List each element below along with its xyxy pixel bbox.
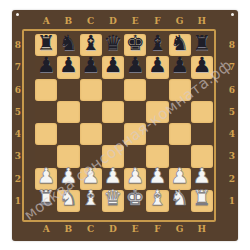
piece-black-rook: ♜ xyxy=(192,33,211,54)
piece-black-knight: ♞ xyxy=(170,33,189,54)
square-f3 xyxy=(146,145,168,167)
square-d7: ♟ xyxy=(102,56,124,78)
piece-white-pawn: ♟ xyxy=(59,166,78,187)
file-label-a: A xyxy=(35,223,57,235)
square-b8: ♞ xyxy=(57,34,79,56)
square-d4 xyxy=(102,123,124,145)
square-f5 xyxy=(146,101,168,123)
piece-black-knight: ♞ xyxy=(59,33,78,54)
piece-black-pawn: ♟ xyxy=(59,55,78,76)
piece-white-bishop: ♝ xyxy=(81,188,100,209)
file-labels-bottom: ABCDEFGH xyxy=(35,223,213,235)
square-a4 xyxy=(35,123,57,145)
piece-black-pawn: ♟ xyxy=(37,55,56,76)
square-e8: ♚ xyxy=(124,34,146,56)
file-label-d: D xyxy=(102,15,124,27)
rank-label-4: 4 xyxy=(13,123,23,145)
square-c3 xyxy=(80,145,102,167)
piece-white-pawn: ♟ xyxy=(148,166,167,187)
piece-white-pawn: ♟ xyxy=(192,166,211,187)
piece-black-pawn: ♟ xyxy=(170,55,189,76)
file-label-g: G xyxy=(169,223,191,235)
file-label-h: H xyxy=(191,15,213,27)
file-label-e: E xyxy=(124,223,146,235)
square-b5 xyxy=(57,101,79,123)
square-g6 xyxy=(169,79,191,101)
rank-label-5: 5 xyxy=(227,101,237,123)
square-f2: ♟ xyxy=(146,168,168,190)
piece-black-pawn: ♟ xyxy=(103,55,122,76)
square-f6 xyxy=(146,79,168,101)
square-a7: ♟ xyxy=(35,56,57,78)
piece-white-king: ♚ xyxy=(126,188,145,209)
square-h1: ♜ xyxy=(191,190,213,212)
square-d6 xyxy=(102,79,124,101)
square-b4 xyxy=(57,123,79,145)
square-d5 xyxy=(102,101,124,123)
square-g3 xyxy=(169,145,191,167)
file-label-f: F xyxy=(146,223,168,235)
square-a2: ♟ xyxy=(35,168,57,190)
piece-white-pawn: ♟ xyxy=(126,166,145,187)
file-label-c: C xyxy=(80,223,102,235)
piece-black-bishop: ♝ xyxy=(81,33,100,54)
rank-label-3: 3 xyxy=(13,145,23,167)
square-f1: ♝ xyxy=(146,190,168,212)
piece-black-rook: ♜ xyxy=(37,33,56,54)
piece-black-queen: ♛ xyxy=(103,33,122,54)
square-e3 xyxy=(124,145,146,167)
rank-label-1: 1 xyxy=(227,190,237,212)
square-c2: ♟ xyxy=(80,168,102,190)
piece-black-pawn: ♟ xyxy=(81,55,100,76)
piece-black-pawn: ♟ xyxy=(148,55,167,76)
square-e5 xyxy=(124,101,146,123)
square-f4 xyxy=(146,123,168,145)
file-label-c: C xyxy=(80,15,102,27)
square-h8: ♜ xyxy=(191,34,213,56)
rank-label-4: 4 xyxy=(227,123,237,145)
file-label-g: G xyxy=(169,15,191,27)
rank-label-8: 8 xyxy=(227,34,237,56)
rank-label-7: 7 xyxy=(13,56,23,78)
square-e6 xyxy=(124,79,146,101)
square-h7: ♟ xyxy=(191,56,213,78)
piece-white-queen: ♛ xyxy=(103,188,122,209)
rank-labels-left: 87654321 xyxy=(13,34,23,212)
rank-label-6: 6 xyxy=(227,79,237,101)
square-h2: ♟ xyxy=(191,168,213,190)
piece-black-pawn: ♟ xyxy=(126,55,145,76)
square-a6 xyxy=(35,79,57,101)
piece-white-pawn: ♟ xyxy=(37,166,56,187)
rank-label-8: 8 xyxy=(13,34,23,56)
mounting-hole-right xyxy=(231,13,234,16)
square-b6 xyxy=(57,79,79,101)
square-h5 xyxy=(191,101,213,123)
piece-white-rook: ♜ xyxy=(192,188,211,209)
piece-black-king: ♚ xyxy=(126,33,145,54)
square-c1: ♝ xyxy=(80,190,102,212)
piece-white-rook: ♜ xyxy=(37,188,56,209)
square-d3 xyxy=(102,145,124,167)
square-f7: ♟ xyxy=(146,56,168,78)
piece-white-pawn: ♟ xyxy=(81,166,100,187)
file-label-b: B xyxy=(57,223,79,235)
square-e4 xyxy=(124,123,146,145)
square-g8: ♞ xyxy=(169,34,191,56)
square-c4 xyxy=(80,123,102,145)
rank-label-7: 7 xyxy=(227,56,237,78)
piece-white-pawn: ♟ xyxy=(103,166,122,187)
square-b2: ♟ xyxy=(57,168,79,190)
piece-black-pawn: ♟ xyxy=(192,55,211,76)
rank-label-6: 6 xyxy=(13,79,23,101)
square-a1: ♜ xyxy=(35,190,57,212)
file-label-b: B xyxy=(57,15,79,27)
square-b1: ♞ xyxy=(57,190,79,212)
rank-label-3: 3 xyxy=(227,145,237,167)
mounting-hole-left xyxy=(16,13,19,16)
square-b3 xyxy=(57,145,79,167)
board-grid: ♜♞♝♛♚♝♞♜♟♟♟♟♟♟♟♟♟♟♟♟♟♟♟♟♜♞♝♛♚♝♞♜ xyxy=(35,34,213,212)
square-g4 xyxy=(169,123,191,145)
square-g5 xyxy=(169,101,191,123)
square-e2: ♟ xyxy=(124,168,146,190)
file-label-d: D xyxy=(102,223,124,235)
square-d2: ♟ xyxy=(102,168,124,190)
piece-white-pawn: ♟ xyxy=(170,166,189,187)
piece-white-knight: ♞ xyxy=(170,188,189,209)
rank-label-5: 5 xyxy=(13,101,23,123)
square-g1: ♞ xyxy=(169,190,191,212)
square-h6 xyxy=(191,79,213,101)
square-d8: ♛ xyxy=(102,34,124,56)
square-e7: ♟ xyxy=(124,56,146,78)
square-d1: ♛ xyxy=(102,190,124,212)
piece-black-bishop: ♝ xyxy=(148,33,167,54)
square-g2: ♟ xyxy=(169,168,191,190)
square-c6 xyxy=(80,79,102,101)
file-label-a: A xyxy=(35,15,57,27)
piece-white-knight: ♞ xyxy=(59,188,78,209)
square-g7: ♟ xyxy=(169,56,191,78)
square-h3 xyxy=(191,145,213,167)
file-label-h: H xyxy=(191,223,213,235)
square-c5 xyxy=(80,101,102,123)
piece-white-bishop: ♝ xyxy=(148,188,167,209)
file-label-e: E xyxy=(124,15,146,27)
square-b7: ♟ xyxy=(57,56,79,78)
square-c7: ♟ xyxy=(80,56,102,78)
square-a5 xyxy=(35,101,57,123)
rank-labels-right: 87654321 xyxy=(227,34,237,212)
rank-label-1: 1 xyxy=(13,190,23,212)
chess-demo-board: ABCDEFGH ABCDEFGH 87654321 87654321 ♜♞♝♛… xyxy=(12,10,238,241)
square-a8: ♜ xyxy=(35,34,57,56)
square-c8: ♝ xyxy=(80,34,102,56)
file-labels-top: ABCDEFGH xyxy=(35,15,213,27)
rank-label-2: 2 xyxy=(13,168,23,190)
square-f8: ♝ xyxy=(146,34,168,56)
square-h4 xyxy=(191,123,213,145)
square-e1: ♚ xyxy=(124,190,146,212)
file-label-f: F xyxy=(146,15,168,27)
rank-label-2: 2 xyxy=(227,168,237,190)
square-a3 xyxy=(35,145,57,167)
